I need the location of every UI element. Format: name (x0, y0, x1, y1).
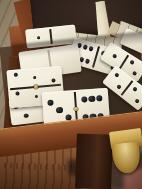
pip (134, 98, 140, 104)
spinner-pin (33, 85, 37, 89)
domino-box-photo (0, 0, 142, 189)
pip (24, 113, 29, 118)
pip (116, 84, 122, 90)
pip (82, 44, 88, 50)
pip (112, 53, 118, 59)
tile-divider (121, 80, 133, 95)
tile-divider (92, 46, 100, 68)
pip (33, 75, 37, 79)
pip (129, 60, 135, 66)
pip (36, 36, 40, 40)
pip (84, 58, 90, 64)
leather-strap (75, 133, 113, 189)
pip (81, 96, 87, 102)
pip (52, 78, 56, 82)
pip (34, 94, 38, 98)
pip (132, 70, 138, 76)
spinner-pin (74, 107, 78, 111)
pip (89, 95, 95, 101)
pip (132, 86, 138, 92)
pip (15, 92, 19, 96)
pip (56, 107, 62, 113)
pip (114, 72, 120, 78)
pip (88, 46, 94, 52)
tile-divider (49, 29, 52, 44)
tile-divider (119, 55, 129, 69)
pip (47, 99, 53, 105)
pip (14, 73, 18, 77)
pip (96, 95, 102, 101)
